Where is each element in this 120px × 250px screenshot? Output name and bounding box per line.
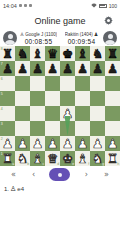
notification-icon bbox=[29, 4, 32, 7]
page-title: Online game bbox=[34, 16, 85, 26]
black-player-avatar[interactable] bbox=[103, 31, 117, 45]
square-d2[interactable]: ♟ bbox=[45, 136, 60, 151]
piece-black-pawn[interactable]: ♟ bbox=[15, 61, 30, 76]
piece-white-bishop[interactable]: ♝ bbox=[30, 151, 45, 166]
square-d7[interactable]: ♟ bbox=[45, 61, 60, 76]
square-f5[interactable] bbox=[75, 91, 90, 106]
square-h6[interactable] bbox=[105, 76, 120, 91]
coordinate-label: 6 bbox=[1, 77, 3, 81]
square-a8[interactable]: 8♜ bbox=[0, 46, 15, 61]
square-c8[interactable]: ♝ bbox=[30, 46, 45, 61]
square-c6[interactable] bbox=[30, 76, 45, 91]
piece-black-rook[interactable]: ♜ bbox=[0, 46, 15, 61]
square-d1[interactable]: d♛ bbox=[45, 151, 60, 166]
app-bar: Online game bbox=[0, 11, 120, 30]
battery-icon bbox=[99, 4, 107, 8]
piece-white-pawn[interactable]: ♟ bbox=[75, 136, 90, 151]
coordinate-label: 3 bbox=[1, 122, 3, 126]
piece-white-pawn[interactable]: ♟ bbox=[60, 136, 75, 151]
moved-piece-icon: ♙ bbox=[10, 185, 16, 193]
square-g7[interactable]: ♟ bbox=[90, 61, 105, 76]
square-g5[interactable] bbox=[90, 91, 105, 106]
piece-white-knight[interactable]: ♞ bbox=[90, 151, 105, 166]
piece-black-bishop[interactable]: ♝ bbox=[75, 46, 90, 61]
square-b4[interactable] bbox=[15, 106, 30, 121]
piece-white-knight[interactable]: ♞ bbox=[15, 151, 30, 166]
player-panel: ♙ Google J (1100) 00:08:55 Rakitin (1404… bbox=[0, 30, 120, 46]
status-right: 100 bbox=[91, 3, 117, 9]
piece-white-queen[interactable]: ♛ bbox=[45, 151, 60, 166]
square-g4[interactable] bbox=[90, 106, 105, 121]
status-bar: 14:04 100 bbox=[0, 0, 120, 11]
square-d4[interactable] bbox=[45, 106, 60, 121]
square-g3[interactable] bbox=[90, 121, 105, 136]
fab-icon bbox=[58, 173, 62, 177]
square-b8[interactable]: ♞ bbox=[15, 46, 30, 61]
white-player-avatar[interactable] bbox=[3, 31, 17, 45]
square-f1[interactable]: f♝ bbox=[75, 151, 90, 166]
piece-black-knight[interactable]: ♞ bbox=[15, 46, 30, 61]
square-g8[interactable]: ♞ bbox=[90, 46, 105, 61]
next-move-button[interactable]: › bbox=[83, 170, 90, 180]
status-left: 14:04 bbox=[3, 3, 32, 9]
square-f7[interactable]: ♟ bbox=[75, 61, 90, 76]
move-list[interactable]: 1. ♙ e4 bbox=[0, 183, 120, 195]
piece-black-king[interactable]: ♚ bbox=[60, 46, 75, 61]
clock-text: 14:04 bbox=[3, 3, 17, 9]
phone-screen: 14:04 100 Online game ♙ Google J (1100) bbox=[0, 0, 120, 250]
square-b7[interactable]: ♟ bbox=[15, 61, 30, 76]
square-b3[interactable] bbox=[15, 121, 30, 136]
square-h7[interactable]: ♟ bbox=[105, 61, 120, 76]
square-d8[interactable]: ♛ bbox=[45, 46, 60, 61]
square-a7[interactable]: 7♟ bbox=[0, 61, 15, 76]
square-a3[interactable]: 3 bbox=[0, 121, 15, 136]
square-f6[interactable] bbox=[75, 76, 90, 91]
square-f8[interactable]: ♝ bbox=[75, 46, 90, 61]
square-e8[interactable]: ♚ bbox=[60, 46, 75, 61]
square-e1[interactable]: e♚ bbox=[60, 151, 75, 166]
square-g6[interactable] bbox=[90, 76, 105, 91]
square-h1[interactable]: h♜ bbox=[105, 151, 120, 166]
piece-white-pawn[interactable]: ♟ bbox=[45, 136, 60, 151]
black-player-name: Rakitin (1404) bbox=[65, 32, 93, 37]
piece-black-pawn[interactable]: ♟ bbox=[90, 61, 105, 76]
square-g1[interactable]: g♞ bbox=[90, 151, 105, 166]
square-h5[interactable] bbox=[105, 91, 120, 106]
piece-black-pawn[interactable]: ♟ bbox=[105, 61, 120, 76]
square-e2[interactable]: ♟ bbox=[60, 136, 75, 151]
piece-white-king[interactable]: ♚ bbox=[60, 151, 75, 166]
coordinate-label: 5 bbox=[1, 92, 3, 96]
piece-black-pawn[interactable]: ♟ bbox=[60, 61, 75, 76]
wifi-icon bbox=[91, 3, 97, 8]
square-e7[interactable]: ♟ bbox=[60, 61, 75, 76]
move-number: 1. bbox=[4, 186, 9, 192]
piece-black-pawn[interactable]: ♟ bbox=[30, 61, 45, 76]
move-navigation-bar: « ‹ › » bbox=[0, 166, 120, 183]
square-d6[interactable] bbox=[45, 76, 60, 91]
square-c1[interactable]: c♝ bbox=[30, 151, 45, 166]
square-g2[interactable]: ♟ bbox=[90, 136, 105, 151]
piece-black-pawn[interactable]: ♟ bbox=[0, 61, 15, 76]
piece-black-knight[interactable]: ♞ bbox=[90, 46, 105, 61]
square-c3[interactable] bbox=[30, 121, 45, 136]
first-move-button[interactable]: « bbox=[9, 170, 18, 180]
piece-white-bishop[interactable]: ♝ bbox=[75, 151, 90, 166]
square-c2[interactable]: ♟ bbox=[30, 136, 45, 151]
square-a1[interactable]: 1a♜ bbox=[0, 151, 15, 166]
white-pawn-icon: ♙ bbox=[20, 32, 24, 37]
piece-white-pawn[interactable]: ♟ bbox=[30, 136, 45, 151]
square-a4[interactable]: 4 bbox=[0, 106, 15, 121]
square-h8[interactable]: ♜ bbox=[105, 46, 120, 61]
square-c5[interactable] bbox=[30, 91, 45, 106]
square-h3[interactable] bbox=[105, 121, 120, 136]
board-area: 8♜♞♝♛♚♝♞♜7♟♟♟♟♟♟♟♟654♟32♟♟♟♟♟♟♟♟1a♜b♞c♝d… bbox=[0, 46, 120, 166]
piece-white-pawn[interactable]: ♟ bbox=[90, 136, 105, 151]
square-b5[interactable] bbox=[15, 91, 30, 106]
piece-white-pawn[interactable]: ♟ bbox=[105, 136, 120, 151]
black-pawn-icon: ♟ bbox=[94, 32, 98, 37]
piece-black-bishop[interactable]: ♝ bbox=[30, 46, 45, 61]
white-player-info: ♙ Google J (1100) 00:08:55 bbox=[17, 31, 60, 45]
square-a6[interactable]: 6 bbox=[0, 76, 15, 91]
square-e5[interactable] bbox=[60, 91, 75, 106]
square-b2[interactable]: ♟ bbox=[15, 136, 30, 151]
coordinate-label: 4 bbox=[1, 107, 3, 111]
square-f2[interactable]: ♟ bbox=[75, 136, 90, 151]
previous-move-button[interactable]: ‹ bbox=[30, 170, 37, 180]
square-h4[interactable] bbox=[105, 106, 120, 121]
square-a2[interactable]: 2♟ bbox=[0, 136, 15, 151]
black-player-clock: 00:09:54 bbox=[68, 38, 96, 45]
square-c7[interactable]: ♟ bbox=[30, 61, 45, 76]
white-player-clock: 00:08:55 bbox=[25, 38, 53, 45]
settings-gear-icon[interactable] bbox=[104, 16, 113, 25]
square-b1[interactable]: b♞ bbox=[15, 151, 30, 166]
alarm-icon bbox=[19, 4, 22, 7]
square-h2[interactable]: ♟ bbox=[105, 136, 120, 151]
last-move-button[interactable]: » bbox=[102, 170, 111, 180]
square-f3[interactable] bbox=[75, 121, 90, 136]
black-player-info: Rakitin (1404) ♟ 00:09:54 bbox=[60, 31, 103, 45]
square-c4[interactable] bbox=[30, 106, 45, 121]
white-player-name: Google J (1100) bbox=[25, 32, 57, 37]
fab-action-button[interactable] bbox=[49, 168, 70, 181]
move-san: e4 bbox=[17, 186, 24, 192]
square-b6[interactable] bbox=[15, 76, 30, 91]
piece-black-pawn[interactable]: ♟ bbox=[45, 61, 60, 76]
battery-percent: 100 bbox=[109, 3, 117, 9]
piece-white-rook[interactable]: ♜ bbox=[105, 151, 120, 166]
vibrate-icon bbox=[24, 4, 27, 7]
piece-black-pawn[interactable]: ♟ bbox=[75, 61, 90, 76]
square-e6[interactable] bbox=[60, 76, 75, 91]
square-d5[interactable] bbox=[45, 91, 60, 106]
chess-board[interactable]: 8♜♞♝♛♚♝♞♜7♟♟♟♟♟♟♟♟654♟32♟♟♟♟♟♟♟♟1a♜b♞c♝d… bbox=[0, 46, 120, 166]
square-f4[interactable] bbox=[75, 106, 90, 121]
piece-white-pawn[interactable]: ♟ bbox=[0, 136, 15, 151]
piece-white-rook[interactable]: ♜ bbox=[0, 151, 15, 166]
piece-white-pawn[interactable]: ♟ bbox=[15, 136, 30, 151]
square-a5[interactable]: 5 bbox=[0, 91, 15, 106]
piece-black-queen[interactable]: ♛ bbox=[45, 46, 60, 61]
piece-black-rook[interactable]: ♜ bbox=[105, 46, 120, 61]
square-d3[interactable] bbox=[45, 121, 60, 136]
